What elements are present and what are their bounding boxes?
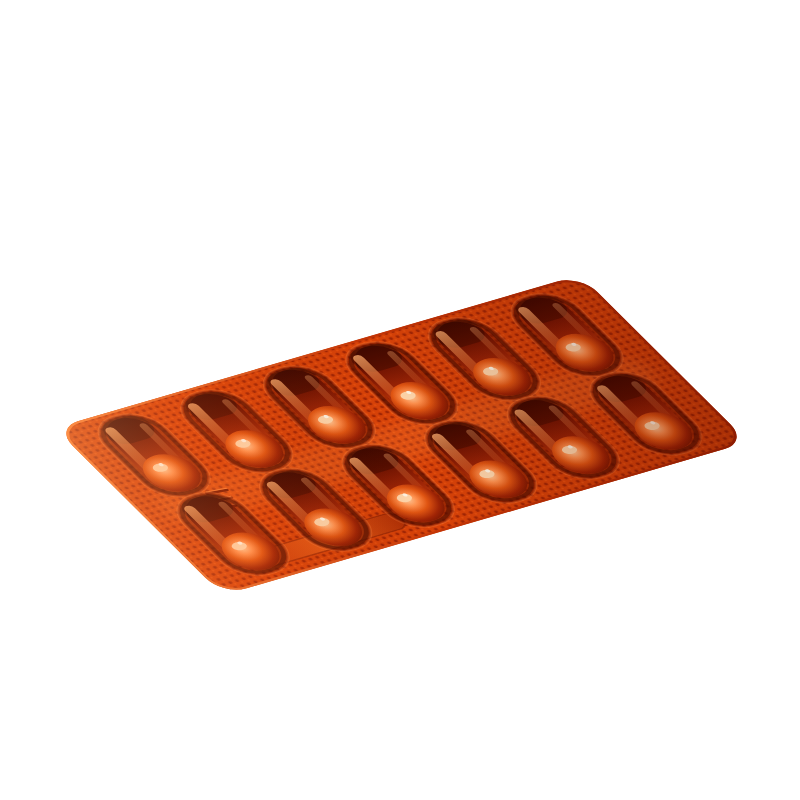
product-photo — [0, 0, 800, 800]
blister-pack-illustration — [0, 0, 800, 800]
